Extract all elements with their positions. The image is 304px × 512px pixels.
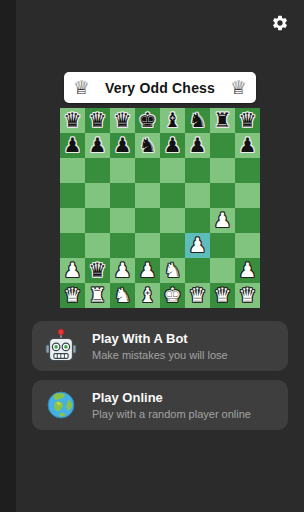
square-a8[interactable]: ♛: [60, 108, 85, 133]
square-h2[interactable]: ♟: [235, 258, 260, 283]
square-d3[interactable]: [135, 233, 160, 258]
square-f6[interactable]: [185, 158, 210, 183]
white-queen: ♛: [214, 283, 232, 308]
square-b2[interactable]: ♛: [85, 258, 110, 283]
square-e7[interactable]: ♟: [160, 133, 185, 158]
square-b3[interactable]: [85, 233, 110, 258]
title-bar: ♕ Very Odd Chess ♕: [64, 72, 256, 103]
square-a6[interactable]: [60, 158, 85, 183]
black-queen: ♛: [114, 108, 132, 133]
square-g2[interactable]: [210, 258, 235, 283]
square-e1[interactable]: ♚: [160, 283, 185, 308]
square-b6[interactable]: [85, 158, 110, 183]
square-c7[interactable]: ♟: [110, 133, 135, 158]
square-f3[interactable]: ♟: [185, 233, 210, 258]
black-pawn: ♟: [114, 133, 132, 158]
white-rook: ♜: [89, 283, 107, 308]
white-pawn: ♟: [64, 258, 82, 283]
square-h4[interactable]: [235, 208, 260, 233]
play-online-button[interactable]: Play Online Play with a random player on…: [32, 380, 288, 430]
square-c1[interactable]: ♞: [110, 283, 135, 308]
white-pawn: ♟: [214, 208, 232, 233]
square-b4[interactable]: [85, 208, 110, 233]
play-online-label: Play Online: [92, 390, 251, 405]
square-f5[interactable]: [185, 183, 210, 208]
square-e8[interactable]: ♝: [160, 108, 185, 133]
square-b1[interactable]: ♜: [85, 283, 110, 308]
square-a3[interactable]: [60, 233, 85, 258]
white-queen: ♛: [64, 283, 82, 308]
square-c4[interactable]: [110, 208, 135, 233]
square-c2[interactable]: ♟: [110, 258, 135, 283]
black-king: ♚: [139, 108, 157, 133]
gear-icon: [271, 14, 289, 32]
black-pawn: ♟: [64, 133, 82, 158]
square-a7[interactable]: ♟: [60, 133, 85, 158]
square-b8[interactable]: ♛: [85, 108, 110, 133]
black-pawn: ♟: [239, 133, 257, 158]
square-a2[interactable]: ♟: [60, 258, 85, 283]
square-g5[interactable]: [210, 183, 235, 208]
square-a4[interactable]: [60, 208, 85, 233]
white-bishop: ♝: [139, 283, 157, 308]
black-pawn: ♟: [189, 133, 207, 158]
white-knight: ♞: [114, 283, 132, 308]
square-h6[interactable]: [235, 158, 260, 183]
square-e3[interactable]: [160, 233, 185, 258]
black-pawn: ♟: [164, 133, 182, 158]
white-king: ♚: [164, 283, 182, 308]
square-e6[interactable]: [160, 158, 185, 183]
white-queen: ♛: [189, 283, 207, 308]
chess-board: ♛♛♛♚♝♞♜♛♟♟♟♞♟♟♟♟♟♟♛♟♟♞♟♛♜♞♝♚♛♛♛: [60, 108, 260, 308]
white-pawn: ♟: [189, 233, 207, 258]
square-d8[interactable]: ♚: [135, 108, 160, 133]
square-h1[interactable]: ♛: [235, 283, 260, 308]
white-pawn: ♟: [114, 258, 132, 283]
black-bishop: ♝: [164, 108, 182, 133]
square-d6[interactable]: [135, 158, 160, 183]
square-c5[interactable]: [110, 183, 135, 208]
square-d2[interactable]: ♟: [135, 258, 160, 283]
black-rook: ♜: [214, 108, 232, 133]
square-h7[interactable]: ♟: [235, 133, 260, 158]
square-d7[interactable]: ♞: [135, 133, 160, 158]
square-a1[interactable]: ♛: [60, 283, 85, 308]
play-online-subtitle: Play with a random player online: [92, 408, 251, 420]
square-e5[interactable]: [160, 183, 185, 208]
white-queen-icon: ♕: [73, 78, 90, 97]
square-h5[interactable]: [235, 183, 260, 208]
black-knight: ♞: [139, 133, 157, 158]
black-queen: ♛: [89, 258, 107, 283]
square-f1[interactable]: ♛: [185, 283, 210, 308]
play-with-bot-button[interactable]: Play With A Bot Make mistakes you will l…: [32, 321, 288, 371]
square-f2[interactable]: [185, 258, 210, 283]
square-g7[interactable]: [210, 133, 235, 158]
white-pawn: ♟: [239, 258, 257, 283]
square-e4[interactable]: [160, 208, 185, 233]
app-screen: ♕ Very Odd Chess ♕ ♛♛♛♚♝♞♜♛♟♟♟♞♟♟♟♟♟♟♛♟♟…: [16, 0, 304, 512]
black-queen: ♛: [89, 108, 107, 133]
play-with-bot-label: Play With A Bot: [92, 331, 228, 346]
square-a5[interactable]: [60, 183, 85, 208]
square-g1[interactable]: ♛: [210, 283, 235, 308]
globe-icon: [44, 387, 78, 423]
square-g3[interactable]: [210, 233, 235, 258]
white-pawn: ♟: [139, 258, 157, 283]
white-knight: ♞: [164, 258, 182, 283]
square-f4[interactable]: [185, 208, 210, 233]
square-g6[interactable]: [210, 158, 235, 183]
square-b7[interactable]: ♟: [85, 133, 110, 158]
white-queen: ♛: [239, 283, 257, 308]
square-g4[interactable]: ♟: [210, 208, 235, 233]
square-c3[interactable]: [110, 233, 135, 258]
square-c6[interactable]: [110, 158, 135, 183]
square-b5[interactable]: [85, 183, 110, 208]
black-pawn: ♟: [89, 133, 107, 158]
square-f8[interactable]: ♞: [185, 108, 210, 133]
square-g8[interactable]: ♜: [210, 108, 235, 133]
square-d4[interactable]: [135, 208, 160, 233]
square-e2[interactable]: ♞: [160, 258, 185, 283]
black-queen: ♛: [64, 108, 82, 133]
page-title: Very Odd Chess: [105, 80, 215, 96]
play-with-bot-subtitle: Make mistakes you will lose: [92, 349, 228, 361]
square-c8[interactable]: ♛: [110, 108, 135, 133]
robot-icon: [44, 328, 78, 364]
white-queen-icon: ♕: [230, 78, 247, 97]
black-queen: ♛: [239, 108, 257, 133]
settings-button[interactable]: [271, 14, 289, 32]
square-d5[interactable]: [135, 183, 160, 208]
square-f7[interactable]: ♟: [185, 133, 210, 158]
black-knight: ♞: [189, 108, 207, 133]
square-h3[interactable]: [235, 233, 260, 258]
square-h8[interactable]: ♛: [235, 108, 260, 133]
square-d1[interactable]: ♝: [135, 283, 160, 308]
